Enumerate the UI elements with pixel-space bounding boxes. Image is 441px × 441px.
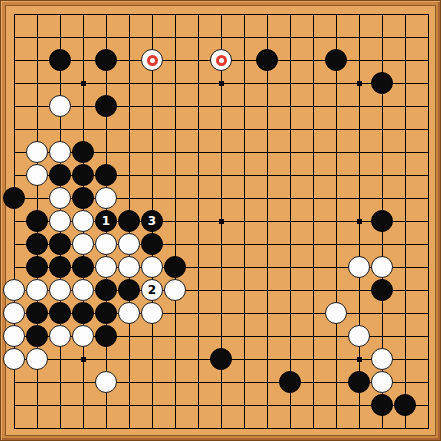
black-stone[interactable] — [118, 210, 140, 232]
black-stone[interactable] — [371, 210, 393, 232]
black-stone[interactable] — [371, 72, 393, 94]
white-stone[interactable] — [72, 210, 94, 232]
black-stone[interactable] — [72, 256, 94, 278]
star-point — [219, 81, 224, 86]
black-stone[interactable] — [95, 164, 117, 186]
star-point — [357, 81, 362, 86]
white-stone[interactable] — [3, 325, 25, 347]
black-stone[interactable] — [95, 325, 117, 347]
black-stone[interactable] — [49, 256, 71, 278]
black-stone[interactable] — [26, 233, 48, 255]
white-stone[interactable] — [371, 256, 393, 278]
black-stone[interactable] — [72, 164, 94, 186]
star-point — [357, 357, 362, 362]
white-stone[interactable] — [348, 325, 370, 347]
move-number-label: 2 — [148, 284, 156, 296]
white-stone[interactable] — [325, 302, 347, 324]
white-stone[interactable] — [95, 187, 117, 209]
white-stone[interactable] — [371, 371, 393, 393]
black-stone[interactable] — [394, 394, 416, 416]
grid-line-horizontal — [14, 405, 429, 406]
move-number-label: 1 — [102, 215, 110, 227]
black-stone[interactable] — [118, 279, 140, 301]
black-stone[interactable] — [26, 325, 48, 347]
white-stone[interactable] — [26, 141, 48, 163]
black-stone[interactable]: 3 — [141, 210, 163, 232]
grid-line-vertical — [428, 14, 429, 429]
black-stone[interactable] — [26, 256, 48, 278]
go-diagram: 132 — [0, 0, 441, 441]
star-point — [81, 81, 86, 86]
black-stone[interactable] — [49, 49, 71, 71]
white-stone[interactable] — [141, 256, 163, 278]
white-stone[interactable] — [371, 348, 393, 370]
black-stone[interactable] — [95, 302, 117, 324]
star-point — [219, 219, 224, 224]
white-stone[interactable] — [49, 141, 71, 163]
black-stone[interactable] — [348, 371, 370, 393]
white-stone[interactable] — [95, 371, 117, 393]
black-stone[interactable]: 1 — [95, 210, 117, 232]
white-stone[interactable]: 2 — [141, 279, 163, 301]
circle-mark-icon — [147, 55, 158, 66]
white-stone[interactable] — [49, 95, 71, 117]
black-stone[interactable] — [49, 164, 71, 186]
black-stone[interactable] — [95, 49, 117, 71]
white-stone[interactable] — [210, 49, 232, 71]
white-stone[interactable] — [72, 279, 94, 301]
black-stone[interactable] — [256, 49, 278, 71]
white-stone[interactable] — [72, 325, 94, 347]
white-stone[interactable] — [95, 233, 117, 255]
star-point — [81, 357, 86, 362]
white-stone[interactable] — [49, 210, 71, 232]
black-stone[interactable] — [26, 210, 48, 232]
grid-line-vertical — [405, 14, 406, 429]
grid-line-vertical — [267, 14, 268, 429]
black-stone[interactable] — [3, 187, 25, 209]
white-stone[interactable] — [3, 348, 25, 370]
white-stone[interactable] — [49, 279, 71, 301]
white-stone[interactable] — [141, 302, 163, 324]
black-stone[interactable] — [210, 348, 232, 370]
circle-mark-icon — [216, 55, 227, 66]
black-stone[interactable] — [72, 187, 94, 209]
white-stone[interactable] — [141, 49, 163, 71]
black-stone[interactable] — [72, 302, 94, 324]
move-number-label: 3 — [148, 215, 156, 227]
white-stone[interactable] — [95, 256, 117, 278]
black-stone[interactable] — [49, 302, 71, 324]
white-stone[interactable] — [118, 302, 140, 324]
white-stone[interactable] — [26, 279, 48, 301]
black-stone[interactable] — [141, 233, 163, 255]
black-stone[interactable] — [49, 233, 71, 255]
white-stone[interactable] — [3, 302, 25, 324]
black-stone[interactable] — [95, 279, 117, 301]
white-stone[interactable] — [118, 233, 140, 255]
black-stone[interactable] — [371, 279, 393, 301]
black-stone[interactable] — [72, 141, 94, 163]
grid-line-vertical — [336, 14, 337, 429]
board-overlay: 132 — [0, 0, 441, 441]
grid-line-vertical — [290, 14, 291, 429]
grid-line-vertical — [244, 14, 245, 429]
black-stone[interactable] — [279, 371, 301, 393]
white-stone[interactable] — [26, 164, 48, 186]
black-stone[interactable] — [26, 302, 48, 324]
black-stone[interactable] — [325, 49, 347, 71]
black-stone[interactable] — [95, 95, 117, 117]
white-stone[interactable] — [72, 233, 94, 255]
black-stone[interactable] — [164, 256, 186, 278]
grid-line-horizontal — [14, 428, 429, 429]
star-point — [357, 219, 362, 224]
white-stone[interactable] — [164, 279, 186, 301]
white-stone[interactable] — [118, 256, 140, 278]
grid-line-vertical — [313, 14, 314, 429]
white-stone[interactable] — [49, 325, 71, 347]
white-stone[interactable] — [26, 348, 48, 370]
white-stone[interactable] — [49, 187, 71, 209]
white-stone[interactable] — [3, 279, 25, 301]
white-stone[interactable] — [348, 256, 370, 278]
black-stone[interactable] — [371, 394, 393, 416]
